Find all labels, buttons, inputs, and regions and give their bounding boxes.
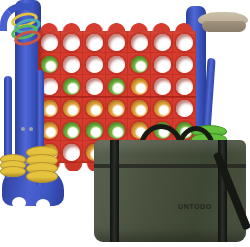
- board-cell: [61, 75, 84, 97]
- board-cell: [151, 97, 174, 119]
- hoop-tray-lip: [202, 21, 246, 32]
- yellow-ring-stack-small: [0, 154, 26, 177]
- empty-hole: [86, 34, 103, 51]
- board-cell: [128, 53, 151, 75]
- empty-hole: [86, 56, 103, 73]
- green-disc: [86, 122, 103, 139]
- green-disc: [41, 56, 58, 73]
- empty-hole: [63, 56, 80, 73]
- board-cell: [61, 141, 84, 163]
- empty-hole: [176, 56, 193, 73]
- board-cell: [106, 119, 129, 141]
- green-disc: [108, 122, 125, 139]
- green-disc: [63, 78, 80, 95]
- board-cell: [173, 31, 196, 53]
- empty-hole: [154, 34, 171, 51]
- empty-hole: [108, 56, 125, 73]
- board-cell: [128, 75, 151, 97]
- board-cell: [83, 97, 106, 119]
- empty-hole: [63, 34, 80, 51]
- board-cell: [83, 53, 106, 75]
- empty-hole: [176, 78, 193, 95]
- board-cell: [151, 31, 174, 53]
- yellow-disc: [86, 100, 103, 117]
- board-cell: [151, 53, 174, 75]
- board-cell: [61, 31, 84, 53]
- board-cell: [61, 119, 84, 141]
- board-cell: [38, 31, 61, 53]
- empty-hole: [176, 100, 193, 117]
- toss-ring: [26, 170, 58, 183]
- yellow-disc: [63, 100, 80, 117]
- board-cell: [128, 97, 151, 119]
- green-disc: [108, 78, 125, 95]
- toss-ring: [0, 166, 26, 177]
- product-photo: UNTODO: [0, 0, 250, 247]
- empty-hole: [154, 78, 171, 95]
- yellow-disc: [108, 100, 125, 117]
- bag-brand-text: UNTODO: [178, 203, 212, 210]
- board-middle-seam: [38, 96, 196, 98]
- board-cell: [173, 53, 196, 75]
- board-cell: [173, 75, 196, 97]
- board-cell: [106, 53, 129, 75]
- yellow-disc: [131, 78, 148, 95]
- green-disc: [131, 56, 148, 73]
- yellow-disc: [154, 100, 171, 117]
- board-cell: [83, 31, 106, 53]
- board-cell: [128, 31, 151, 53]
- board-cell: [83, 119, 106, 141]
- empty-hole: [176, 34, 193, 51]
- board-cell: [106, 31, 129, 53]
- empty-hole: [131, 34, 148, 51]
- board-cell: [106, 97, 129, 119]
- yellow-ring-stack-large: [26, 146, 58, 183]
- board-cell: [61, 97, 84, 119]
- carry-bag: UNTODO: [94, 140, 246, 242]
- green-disc: [63, 122, 80, 139]
- yellow-disc: [131, 100, 148, 117]
- bag-strap-left: [110, 140, 119, 242]
- empty-hole: [108, 34, 125, 51]
- board-cell: [83, 75, 106, 97]
- empty-hole: [63, 144, 80, 161]
- empty-hole: [86, 78, 103, 95]
- empty-hole: [154, 56, 171, 73]
- board-cell: [61, 53, 84, 75]
- board-cell: [173, 97, 196, 119]
- board-cell: [106, 75, 129, 97]
- board-cell: [151, 75, 174, 97]
- empty-hole: [41, 34, 58, 51]
